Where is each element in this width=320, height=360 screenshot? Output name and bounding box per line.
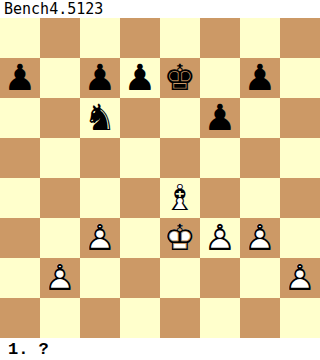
white-king: ♚ ♔ [160,218,200,258]
square-c5[interactable] [80,138,120,178]
square-d5[interactable] [120,138,160,178]
white-pawn: ♟ ♙ [280,258,320,298]
square-h1[interactable] [280,298,320,338]
page-title: Bench4.5123 [0,0,320,18]
square-f1[interactable] [200,298,240,338]
white-pawn-outline: ♙ [44,260,76,296]
move-prompt: 1. ? [0,338,320,360]
square-d3[interactable] [120,218,160,258]
square-g3[interactable]: ♟ ♙ [240,218,280,258]
black-pawn: ♟ [200,98,240,138]
square-b5[interactable] [40,138,80,178]
white-pawn: ♟ ♙ [200,218,240,258]
square-g7[interactable]: ♟ [240,58,280,98]
square-c7[interactable]: ♟ [80,58,120,98]
white-pawn: ♟ ♙ [80,218,120,258]
black-knight: ♞ [80,98,120,138]
square-a8[interactable] [0,18,40,58]
square-a2[interactable] [0,258,40,298]
square-h5[interactable] [280,138,320,178]
square-d7[interactable]: ♟ [120,58,160,98]
square-b4[interactable] [40,178,80,218]
square-a1[interactable] [0,298,40,338]
square-b1[interactable] [40,298,80,338]
white-pawn: ♟ ♙ [240,218,280,258]
square-c1[interactable] [80,298,120,338]
square-e5[interactable] [160,138,200,178]
white-pawn-outline: ♙ [244,220,276,256]
black-king: ♚ [160,58,200,98]
square-e6[interactable] [160,98,200,138]
square-e1[interactable] [160,298,200,338]
square-d8[interactable] [120,18,160,58]
white-pawn: ♟ ♙ [40,258,80,298]
black-pawn: ♟ [120,58,160,98]
square-f7[interactable] [200,58,240,98]
black-pawn: ♟ [240,58,280,98]
square-c4[interactable] [80,178,120,218]
square-b6[interactable] [40,98,80,138]
square-f5[interactable] [200,138,240,178]
square-b8[interactable] [40,18,80,58]
square-h7[interactable] [280,58,320,98]
square-a6[interactable] [0,98,40,138]
square-a4[interactable] [0,178,40,218]
square-e8[interactable] [160,18,200,58]
square-f8[interactable] [200,18,240,58]
square-e2[interactable] [160,258,200,298]
square-e7[interactable]: ♚ [160,58,200,98]
square-b2[interactable]: ♟ ♙ [40,258,80,298]
square-c2[interactable] [80,258,120,298]
white-bishop-outline: ♗ [164,180,196,216]
square-c6[interactable]: ♞ [80,98,120,138]
white-pawn-outline: ♙ [284,260,316,296]
black-pawn: ♟ [80,58,120,98]
square-h8[interactable] [280,18,320,58]
white-bishop: ♝ ♗ [160,178,200,218]
square-b7[interactable] [40,58,80,98]
square-a7[interactable]: ♟ [0,58,40,98]
square-f2[interactable] [200,258,240,298]
square-e3[interactable]: ♚ ♔ [160,218,200,258]
square-d6[interactable] [120,98,160,138]
square-f6[interactable]: ♟ [200,98,240,138]
square-c3[interactable]: ♟ ♙ [80,218,120,258]
chess-board: ♟ ♟ ♟ ♚ ♟ ♞ ♟ ♝ ♗ [0,18,320,338]
square-h2[interactable]: ♟ ♙ [280,258,320,298]
white-pawn-outline: ♙ [204,220,236,256]
square-b3[interactable] [40,218,80,258]
square-h4[interactable] [280,178,320,218]
black-pawn: ♟ [0,58,40,98]
square-g2[interactable] [240,258,280,298]
square-a3[interactable] [0,218,40,258]
square-d4[interactable] [120,178,160,218]
square-a5[interactable] [0,138,40,178]
square-c8[interactable] [80,18,120,58]
square-g4[interactable] [240,178,280,218]
square-h3[interactable] [280,218,320,258]
square-e4[interactable]: ♝ ♗ [160,178,200,218]
square-h6[interactable] [280,98,320,138]
square-d2[interactable] [120,258,160,298]
square-g5[interactable] [240,138,280,178]
square-g6[interactable] [240,98,280,138]
square-g1[interactable] [240,298,280,338]
white-pawn-outline: ♙ [84,220,116,256]
square-f3[interactable]: ♟ ♙ [200,218,240,258]
white-king-outline: ♔ [164,220,196,256]
square-d1[interactable] [120,298,160,338]
square-f4[interactable] [200,178,240,218]
square-g8[interactable] [240,18,280,58]
